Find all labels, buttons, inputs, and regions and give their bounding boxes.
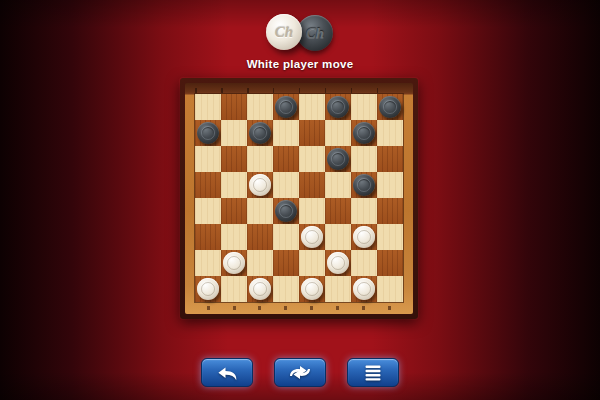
square-f4[interactable] (325, 198, 351, 224)
square-b5[interactable] (221, 172, 247, 198)
square-d8[interactable] (273, 94, 299, 120)
square-g3[interactable] (351, 224, 377, 250)
white-checker-piece[interactable] (197, 278, 219, 300)
square-g1[interactable] (351, 276, 377, 302)
square-d3[interactable] (273, 224, 299, 250)
square-b8[interactable] (221, 94, 247, 120)
square-h1[interactable] (377, 276, 403, 302)
square-c3[interactable] (247, 224, 273, 250)
square-g4[interactable] (351, 198, 377, 224)
square-b1[interactable] (221, 276, 247, 302)
square-e7[interactable] (299, 120, 325, 146)
square-c5[interactable] (247, 172, 273, 198)
square-g6[interactable] (351, 146, 377, 172)
square-h2[interactable] (377, 250, 403, 276)
square-h8[interactable] (377, 94, 403, 120)
square-a2[interactable] (195, 250, 221, 276)
square-g7[interactable] (351, 120, 377, 146)
black-player-disc: Ch (297, 15, 333, 51)
square-f7[interactable] (325, 120, 351, 146)
black-disc-emblem: Ch (297, 15, 333, 51)
square-f6[interactable] (325, 146, 351, 172)
square-b7[interactable] (221, 120, 247, 146)
square-f1[interactable] (325, 276, 351, 302)
undo-arrow-icon (215, 363, 240, 383)
square-f2[interactable] (325, 250, 351, 276)
square-a1[interactable] (195, 276, 221, 302)
square-b6[interactable] (221, 146, 247, 172)
black-checker-piece[interactable] (353, 122, 375, 144)
restart-button[interactable] (274, 358, 326, 387)
black-checker-piece[interactable] (327, 96, 349, 118)
board-grid (195, 94, 403, 302)
square-c4[interactable] (247, 198, 273, 224)
white-checker-piece[interactable] (353, 226, 375, 248)
white-checker-piece[interactable] (301, 278, 323, 300)
board-outer-frame (180, 78, 418, 319)
square-b3[interactable] (221, 224, 247, 250)
square-h7[interactable] (377, 120, 403, 146)
square-d6[interactable] (273, 146, 299, 172)
game-screen: Ch Ch White player move (0, 0, 600, 400)
square-a7[interactable] (195, 120, 221, 146)
white-player-disc: Ch (266, 14, 302, 50)
square-e6[interactable] (299, 146, 325, 172)
turn-status-label: White player move (0, 58, 600, 70)
square-c6[interactable] (247, 146, 273, 172)
undo-button[interactable] (201, 358, 253, 387)
square-g2[interactable] (351, 250, 377, 276)
white-checker-piece[interactable] (327, 252, 349, 274)
black-checker-piece[interactable] (353, 174, 375, 196)
white-checker-piece[interactable] (249, 174, 271, 196)
square-f3[interactable] (325, 224, 351, 250)
square-e1[interactable] (299, 276, 325, 302)
square-c8[interactable] (247, 94, 273, 120)
bottom-toolbar (0, 358, 600, 387)
frame-top-ticks (195, 88, 403, 93)
square-a4[interactable] (195, 198, 221, 224)
menu-button[interactable] (347, 358, 399, 387)
white-checker-piece[interactable] (353, 278, 375, 300)
square-d1[interactable] (273, 276, 299, 302)
square-e3[interactable] (299, 224, 325, 250)
square-e8[interactable] (299, 94, 325, 120)
frame-bottom-marks (195, 306, 403, 310)
square-d4[interactable] (273, 198, 299, 224)
square-g8[interactable] (351, 94, 377, 120)
square-b4[interactable] (221, 198, 247, 224)
black-checker-piece[interactable] (275, 200, 297, 222)
square-h5[interactable] (377, 172, 403, 198)
square-h6[interactable] (377, 146, 403, 172)
square-d7[interactable] (273, 120, 299, 146)
square-e5[interactable] (299, 172, 325, 198)
square-c2[interactable] (247, 250, 273, 276)
square-f5[interactable] (325, 172, 351, 198)
square-g5[interactable] (351, 172, 377, 198)
black-checker-piece[interactable] (275, 96, 297, 118)
square-d2[interactable] (273, 250, 299, 276)
square-c7[interactable] (247, 120, 273, 146)
square-h3[interactable] (377, 224, 403, 250)
white-disc-emblem: Ch (266, 14, 302, 50)
white-checker-piece[interactable] (249, 278, 271, 300)
board-wood-frame (185, 83, 413, 314)
square-f8[interactable] (325, 94, 351, 120)
square-b2[interactable] (221, 250, 247, 276)
square-d5[interactable] (273, 172, 299, 198)
black-checker-piece[interactable] (249, 122, 271, 144)
square-c1[interactable] (247, 276, 273, 302)
white-checker-piece[interactable] (223, 252, 245, 274)
square-a8[interactable] (195, 94, 221, 120)
black-checker-piece[interactable] (327, 148, 349, 170)
black-checker-piece[interactable] (379, 96, 401, 118)
black-checker-piece[interactable] (197, 122, 219, 144)
square-h4[interactable] (377, 198, 403, 224)
menu-lines-icon (360, 363, 386, 383)
square-a3[interactable] (195, 224, 221, 250)
square-a5[interactable] (195, 172, 221, 198)
restart-loop-icon (287, 362, 313, 383)
square-e4[interactable] (299, 198, 325, 224)
white-checker-piece[interactable] (301, 226, 323, 248)
square-e2[interactable] (299, 250, 325, 276)
square-a6[interactable] (195, 146, 221, 172)
